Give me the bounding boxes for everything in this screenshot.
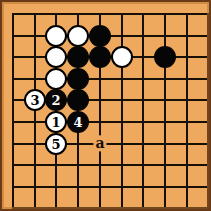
- grid-line-horizontal: [12, 13, 209, 15]
- black-stone: [89, 25, 111, 47]
- grid-line-vertical: [142, 13, 144, 209]
- grid-line-vertical: [34, 13, 36, 209]
- grid-line-horizontal: [12, 78, 209, 80]
- grid-line-horizontal: [12, 186, 209, 188]
- black-stone: [89, 46, 111, 68]
- white-stone: [45, 25, 67, 47]
- black-stone-move-2: 2: [45, 89, 67, 111]
- grid-line-horizontal: [12, 164, 209, 166]
- white-stone-move-3: 3: [24, 89, 46, 111]
- stone-move-number: 1: [51, 116, 60, 129]
- grid-line-horizontal: [12, 121, 209, 123]
- grid-line-vertical: [164, 13, 166, 209]
- white-stone-move-1: 1: [45, 111, 67, 133]
- black-stone-move-4: 4: [67, 111, 89, 133]
- black-stone: [154, 46, 176, 68]
- white-stone: [67, 25, 89, 47]
- white-stone: [111, 46, 133, 68]
- black-stone: [67, 68, 89, 90]
- go-board: 32145a: [0, 0, 211, 211]
- black-stone: [67, 89, 89, 111]
- grid-line-vertical: [121, 13, 123, 209]
- stone-move-number: 2: [51, 94, 60, 107]
- stone-move-number: 5: [51, 138, 60, 151]
- grid-line-horizontal: [12, 207, 209, 209]
- black-stone: [67, 46, 89, 68]
- grid-line-vertical: [186, 13, 188, 209]
- stone-move-number: 4: [73, 116, 82, 129]
- white-stone: [45, 46, 67, 68]
- white-stone-move-5: 5: [45, 133, 67, 155]
- stone-move-number: 3: [30, 94, 39, 107]
- grid-line-horizontal: [12, 143, 209, 145]
- white-stone: [45, 68, 67, 90]
- point-annotation-a: a: [93, 135, 106, 151]
- grid-line-vertical: [207, 13, 209, 209]
- grid-line-vertical: [12, 13, 14, 209]
